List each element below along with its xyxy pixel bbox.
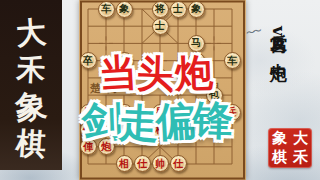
channel-seal-logo: 大禾象棋 (268, 128, 312, 168)
black-piece-车[interactable]: 车 (224, 52, 241, 69)
piece-character: 车 (101, 4, 111, 14)
piece-character: 帅 (155, 159, 165, 169)
red-piece-仕[interactable]: 仕 (134, 155, 151, 172)
overlay-character: 当 (98, 47, 139, 100)
overlay-character: 锋 (192, 92, 231, 148)
banner-character: 棋 (15, 124, 48, 163)
seal-character: 象 (272, 131, 287, 146)
black-piece-象[interactable]: 象 (116, 1, 133, 18)
title-overlay-line1: 当头炮 (99, 48, 213, 99)
matchup-caption: 反宫马vs中炮 (268, 20, 291, 53)
black-piece-将[interactable]: 将 (152, 1, 169, 18)
piece-character: 仕 (173, 159, 183, 169)
piece-character: 相 (119, 159, 129, 169)
overlay-character: 剑 (81, 93, 120, 149)
black-piece-士[interactable]: 士 (152, 18, 169, 35)
seal-character: 大 (293, 131, 308, 146)
channel-banner: 大禾象棋 (0, 0, 62, 170)
black-piece-士[interactable]: 士 (170, 1, 187, 18)
piece-character: 士 (155, 21, 165, 31)
piece-character: 象 (191, 4, 201, 14)
overlay-character: 走 (117, 95, 157, 152)
red-piece-相[interactable]: 相 (116, 155, 133, 172)
overlay-character: 偏 (155, 93, 195, 150)
piece-character: 象 (119, 4, 129, 14)
black-piece-卒[interactable]: 卒 (80, 52, 97, 69)
piece-character: 卒 (83, 56, 93, 66)
piece-character: 车 (227, 56, 237, 66)
red-piece-帅[interactable]: 帅 (152, 155, 169, 172)
red-piece-仕[interactable]: 仕 (170, 155, 187, 172)
banner-character: 大 (15, 13, 48, 52)
banner-character: 象 (13, 86, 48, 128)
piece-character: 士 (173, 4, 183, 14)
overlay-character: 头 (136, 48, 176, 100)
banner-character: 禾 (16, 51, 46, 88)
seal-character: 棋 (272, 150, 287, 165)
piece-character: 仕 (137, 159, 147, 169)
black-piece-象[interactable]: 象 (188, 1, 205, 18)
title-overlay-line2: 剑走偏锋 (82, 94, 230, 149)
piece-character: 将 (155, 4, 165, 14)
seal-character: 禾 (293, 150, 308, 165)
black-piece-车[interactable]: 车 (98, 1, 115, 18)
